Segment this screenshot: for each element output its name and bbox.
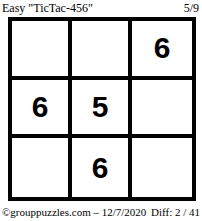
grid-cell-r1c2[interactable] xyxy=(72,21,132,80)
difficulty-label: Diff: 2 / 41 xyxy=(151,205,200,219)
grid-cell-r2c3[interactable] xyxy=(132,80,192,139)
grid-cell-r1c3[interactable]: 6 xyxy=(132,21,192,80)
grid-cell-r3c2[interactable]: 6 xyxy=(72,138,132,197)
grid-cell-r3c3[interactable] xyxy=(132,138,192,197)
header: Easy "TicTac-456" 5/9 xyxy=(0,0,202,17)
grid-cell-r2c2[interactable]: 5 xyxy=(72,80,132,139)
page-title: Easy "TicTac-456" xyxy=(2,1,93,15)
footer: ©grouppuzzles.com – 12/7/2020 Diff: 2 / … xyxy=(0,205,202,219)
grid-cell-r1c1[interactable] xyxy=(12,21,72,80)
grid-cell-r3c1[interactable] xyxy=(12,138,72,197)
copyright-credit: ©grouppuzzles.com – 12/7/2020 xyxy=(2,205,146,219)
grid-cell-r2c1[interactable]: 6 xyxy=(12,80,72,139)
tictac-grid: 6 6 5 6 xyxy=(8,17,196,201)
page-indicator: 5/9 xyxy=(184,1,199,15)
